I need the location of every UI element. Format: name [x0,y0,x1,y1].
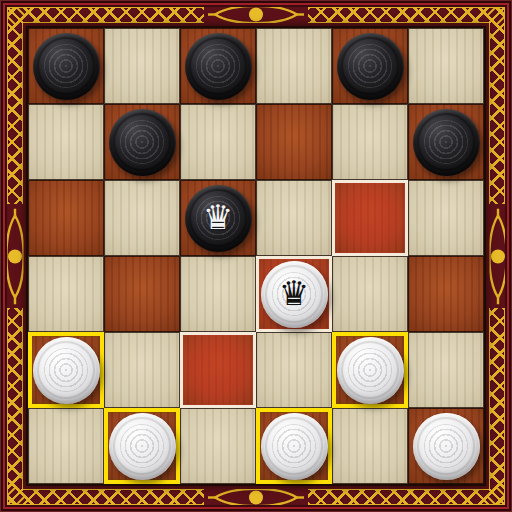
square-r3c5[interactable] [408,256,484,332]
frame-ornament-left [6,204,23,308]
checkers-board: ♛♛ [26,26,486,486]
square-r1c5[interactable] [408,104,484,180]
frame-ornament-top [204,6,308,23]
white-man[interactable] [413,413,480,480]
square-r5c2[interactable] [180,408,256,484]
square-r3c1[interactable] [104,256,180,332]
square-r5c3[interactable] [256,408,332,484]
black-man[interactable] [413,109,480,176]
square-r1c4[interactable] [332,104,408,180]
black-king[interactable]: ♛ [185,185,252,252]
eye-swirl-icon [6,208,23,304]
square-r5c1[interactable] [104,408,180,484]
square-r2c1[interactable] [104,180,180,256]
black-man[interactable] [109,109,176,176]
square-r3c3[interactable]: ♛ [256,256,332,332]
square-r0c5[interactable] [408,28,484,104]
white-man[interactable] [109,413,176,480]
square-r4c0[interactable] [28,332,104,408]
square-r1c2[interactable] [180,104,256,180]
square-r2c3[interactable] [256,180,332,256]
square-r2c5[interactable] [408,180,484,256]
square-r3c0[interactable] [28,256,104,332]
square-r4c4[interactable] [332,332,408,408]
square-r2c4[interactable] [332,180,408,256]
square-r1c1[interactable] [104,104,180,180]
square-r4c1[interactable] [104,332,180,408]
black-man[interactable] [33,33,100,100]
square-r2c2[interactable]: ♛ [180,180,256,256]
white-man[interactable] [261,413,328,480]
white-man[interactable] [33,337,100,404]
square-r4c3[interactable] [256,332,332,408]
square-r1c0[interactable] [28,104,104,180]
black-man[interactable] [337,33,404,100]
frame-ornament-right [489,204,506,308]
square-r3c4[interactable] [332,256,408,332]
king-crown-icon: ♛ [203,200,233,234]
eye-swirl-icon [489,208,506,304]
square-r0c1[interactable] [104,28,180,104]
square-r4c2[interactable] [180,332,256,408]
square-r0c4[interactable] [332,28,408,104]
square-r0c3[interactable] [256,28,332,104]
frame-ornament-bottom [204,489,308,506]
square-r2c0[interactable] [28,180,104,256]
square-r4c5[interactable] [408,332,484,408]
eye-swirl-icon [208,489,304,506]
square-r0c0[interactable] [28,28,104,104]
king-crown-icon: ♛ [279,276,309,310]
eye-swirl-icon [208,6,304,23]
white-man[interactable] [337,337,404,404]
black-man[interactable] [185,33,252,100]
square-r1c3[interactable] [256,104,332,180]
square-r5c0[interactable] [28,408,104,484]
white-king[interactable]: ♛ [261,261,328,328]
square-r5c4[interactable] [332,408,408,484]
square-r0c2[interactable] [180,28,256,104]
square-r5c5[interactable] [408,408,484,484]
square-r3c2[interactable] [180,256,256,332]
